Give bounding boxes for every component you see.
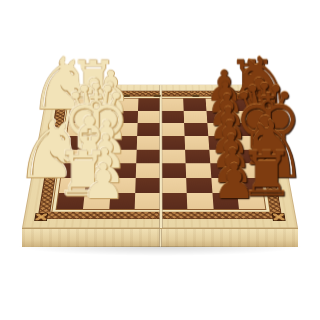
box-front-edge [22,228,298,247]
rosette-icon [253,89,265,95]
ornament-border [37,91,282,219]
product-photo: ♜♞♝♛♚♝♞♜♟♟♟♟♟♟♟♟♟♟♟♟♟♟♟♟♜♞♝♛♚♝♞♜ [0,0,320,320]
rosette-icon [55,89,67,95]
chess-board-top-surface: ♜♞♝♛♚♝♞♜♟♟♟♟♟♟♟♟♟♟♟♟♟♟♟♟♜♞♝♛♚♝♞♜ [22,85,298,228]
fold-seam-front [159,229,162,247]
chess-set-scene: ♜♞♝♛♚♝♞♜♟♟♟♟♟♟♟♟♟♟♟♟♟♟♟♟♜♞♝♛♚♝♞♜ [0,0,320,320]
inner-wood-margin [49,95,270,212]
rosette-icon [272,213,286,221]
drop-shadow [16,246,304,256]
rosette-icon [34,213,48,221]
